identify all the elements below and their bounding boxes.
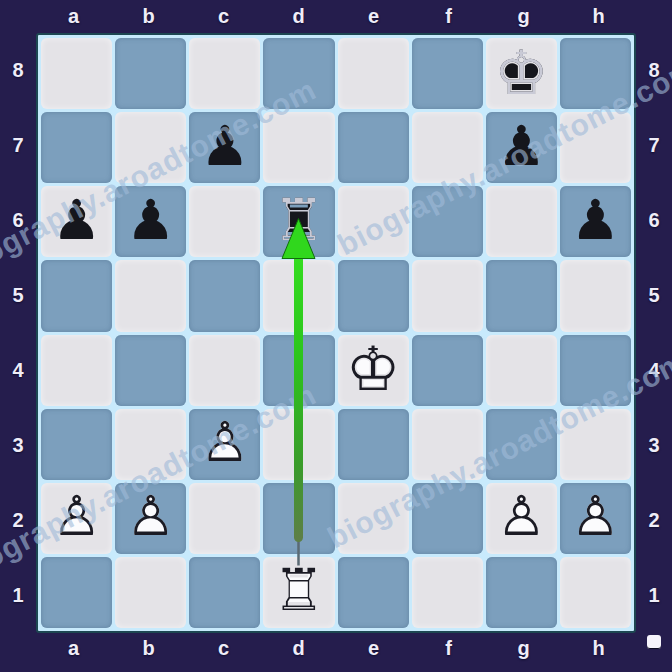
square-d4 bbox=[263, 335, 334, 406]
square-h8 bbox=[560, 38, 631, 109]
rank-label-right-1: 1 bbox=[648, 584, 659, 607]
square-g1 bbox=[486, 557, 557, 628]
file-label-top-h: h bbox=[592, 5, 604, 28]
square-b5 bbox=[115, 260, 186, 331]
square-h4 bbox=[560, 335, 631, 406]
square-d6: ♜♖ bbox=[263, 186, 334, 257]
square-c7: ♟ bbox=[189, 112, 260, 183]
square-e4: ♚♔ bbox=[338, 335, 409, 406]
square-c2 bbox=[189, 483, 260, 554]
square-f4 bbox=[412, 335, 483, 406]
piece-black-pawn-b6: ♟ bbox=[115, 186, 186, 257]
file-label-top-c: c bbox=[218, 5, 229, 28]
rank-label-left-7: 7 bbox=[12, 134, 23, 157]
board-frame: ♚♔♟♟♟♟♜♖♟♚♔♟♙♟♙♟♙♟♙♟♙♜♖ bbox=[36, 33, 636, 633]
rank-label-right-5: 5 bbox=[648, 284, 659, 307]
file-label-top-b: b bbox=[142, 5, 154, 28]
piece-black-king-g8: ♚♔ bbox=[486, 38, 557, 109]
square-c1 bbox=[189, 557, 260, 628]
square-d7 bbox=[263, 112, 334, 183]
square-a7 bbox=[41, 112, 112, 183]
rank-label-right-4: 4 bbox=[648, 359, 659, 382]
piece-white-pawn-b2: ♟♙ bbox=[115, 483, 186, 554]
square-d2 bbox=[263, 483, 334, 554]
square-h7 bbox=[560, 112, 631, 183]
file-label-top-a: a bbox=[68, 5, 79, 28]
square-a4 bbox=[41, 335, 112, 406]
square-c3: ♟♙ bbox=[189, 409, 260, 480]
square-h6: ♟ bbox=[560, 186, 631, 257]
square-a1 bbox=[41, 557, 112, 628]
square-g4 bbox=[486, 335, 557, 406]
square-f6 bbox=[412, 186, 483, 257]
square-e5 bbox=[338, 260, 409, 331]
rank-label-right-8: 8 bbox=[648, 59, 659, 82]
piece-black-pawn-a6: ♟ bbox=[41, 186, 112, 257]
square-d1: ♜♖ bbox=[263, 557, 334, 628]
piece-white-rook-d1: ♜♖ bbox=[263, 557, 334, 628]
square-f5 bbox=[412, 260, 483, 331]
rank-label-left-8: 8 bbox=[12, 59, 23, 82]
square-h2: ♟♙ bbox=[560, 483, 631, 554]
square-b6: ♟ bbox=[115, 186, 186, 257]
square-e8 bbox=[338, 38, 409, 109]
square-a3 bbox=[41, 409, 112, 480]
piece-white-pawn-c3: ♟♙ bbox=[189, 409, 260, 480]
rank-label-left-1: 1 bbox=[12, 584, 23, 607]
square-f2 bbox=[412, 483, 483, 554]
square-f7 bbox=[412, 112, 483, 183]
square-a2: ♟♙ bbox=[41, 483, 112, 554]
square-f1 bbox=[412, 557, 483, 628]
square-c5 bbox=[189, 260, 260, 331]
chess-diagram: abcdefgh abcdefgh 87654321 87654321 ♚♔♟♟… bbox=[0, 0, 672, 672]
rank-label-left-6: 6 bbox=[12, 209, 23, 232]
piece-black-pawn-c7: ♟ bbox=[189, 112, 260, 183]
chess-board: ♚♔♟♟♟♟♜♖♟♚♔♟♙♟♙♟♙♟♙♟♙♜♖ bbox=[41, 38, 631, 628]
square-c8 bbox=[189, 38, 260, 109]
file-label-bottom-h: h bbox=[592, 637, 604, 660]
piece-black-pawn-g7: ♟ bbox=[486, 112, 557, 183]
square-a6: ♟ bbox=[41, 186, 112, 257]
square-d8 bbox=[263, 38, 334, 109]
square-e6 bbox=[338, 186, 409, 257]
file-label-top-f: f bbox=[445, 5, 452, 28]
rank-labels-right: 87654321 bbox=[636, 33, 672, 633]
rank-label-right-6: 6 bbox=[648, 209, 659, 232]
square-g5 bbox=[486, 260, 557, 331]
rank-label-left-5: 5 bbox=[12, 284, 23, 307]
rank-label-left-4: 4 bbox=[12, 359, 23, 382]
square-b4 bbox=[115, 335, 186, 406]
square-a5 bbox=[41, 260, 112, 331]
square-g3 bbox=[486, 409, 557, 480]
square-h3 bbox=[560, 409, 631, 480]
square-h1 bbox=[560, 557, 631, 628]
square-e1 bbox=[338, 557, 409, 628]
square-c6 bbox=[189, 186, 260, 257]
rank-label-left-2: 2 bbox=[12, 509, 23, 532]
file-label-top-e: e bbox=[368, 5, 379, 28]
square-e2 bbox=[338, 483, 409, 554]
piece-black-rook-d6: ♜♖ bbox=[263, 186, 334, 257]
file-label-top-d: d bbox=[292, 5, 304, 28]
square-b2: ♟♙ bbox=[115, 483, 186, 554]
file-label-bottom-a: a bbox=[68, 637, 79, 660]
square-g8: ♚♔ bbox=[486, 38, 557, 109]
square-b8 bbox=[115, 38, 186, 109]
rank-label-right-2: 2 bbox=[648, 509, 659, 532]
file-label-bottom-e: e bbox=[368, 637, 379, 660]
file-label-bottom-g: g bbox=[517, 637, 529, 660]
file-label-bottom-f: f bbox=[445, 637, 452, 660]
piece-white-pawn-a2: ♟♙ bbox=[41, 483, 112, 554]
square-h5 bbox=[560, 260, 631, 331]
file-label-top-g: g bbox=[517, 5, 529, 28]
rank-label-right-3: 3 bbox=[648, 434, 659, 457]
square-e7 bbox=[338, 112, 409, 183]
rank-label-right-7: 7 bbox=[648, 134, 659, 157]
square-d3 bbox=[263, 409, 334, 480]
square-f8 bbox=[412, 38, 483, 109]
file-label-bottom-d: d bbox=[292, 637, 304, 660]
file-label-bottom-b: b bbox=[142, 637, 154, 660]
square-f3 bbox=[412, 409, 483, 480]
piece-white-king-e4: ♚♔ bbox=[338, 335, 409, 406]
piece-white-pawn-h2: ♟♙ bbox=[560, 483, 631, 554]
square-b1 bbox=[115, 557, 186, 628]
square-g6 bbox=[486, 186, 557, 257]
file-label-bottom-c: c bbox=[218, 637, 229, 660]
square-b3 bbox=[115, 409, 186, 480]
square-b7 bbox=[115, 112, 186, 183]
piece-white-pawn-g2: ♟♙ bbox=[486, 483, 557, 554]
square-e3 bbox=[338, 409, 409, 480]
file-labels-top: abcdefgh bbox=[36, 0, 636, 33]
file-labels-bottom: abcdefgh bbox=[36, 633, 636, 663]
square-g2: ♟♙ bbox=[486, 483, 557, 554]
rank-labels-left: 87654321 bbox=[0, 33, 36, 633]
square-d5 bbox=[263, 260, 334, 331]
piece-black-pawn-h6: ♟ bbox=[560, 186, 631, 257]
corner-marker-square bbox=[647, 635, 661, 649]
square-g7: ♟ bbox=[486, 112, 557, 183]
rank-label-left-3: 3 bbox=[12, 434, 23, 457]
square-c4 bbox=[189, 335, 260, 406]
square-a8 bbox=[41, 38, 112, 109]
